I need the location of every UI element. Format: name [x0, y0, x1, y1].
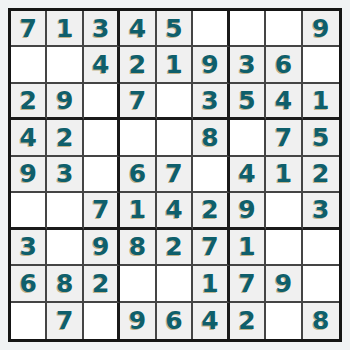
cell-r8c1[interactable]: 6 — [11, 266, 47, 302]
cell-r3c3[interactable] — [84, 84, 120, 120]
cell-r7c6[interactable]: 7 — [193, 230, 229, 266]
cell-r8c2[interactable]: 8 — [47, 266, 83, 302]
cell-r1c1[interactable]: 7 — [11, 11, 47, 47]
cell-r3c2[interactable]: 9 — [47, 84, 83, 120]
cell-r3c5[interactable] — [157, 84, 193, 120]
cell-r2c6[interactable]: 9 — [193, 47, 229, 83]
cell-r1c7[interactable] — [230, 11, 266, 47]
cell-r8c3[interactable]: 2 — [84, 266, 120, 302]
cell-r1c9[interactable]: 9 — [303, 11, 339, 47]
cell-r3c6[interactable]: 3 — [193, 84, 229, 120]
cell-r1c5[interactable]: 5 — [157, 11, 193, 47]
cell-r7c9[interactable] — [303, 230, 339, 266]
cell-r9c9[interactable]: 8 — [303, 303, 339, 339]
cell-r4c3[interactable] — [84, 120, 120, 156]
cell-r3c1[interactable]: 2 — [11, 84, 47, 120]
cell-r5c3[interactable] — [84, 157, 120, 193]
cell-r6c7[interactable]: 9 — [230, 193, 266, 229]
cell-r2c2[interactable] — [47, 47, 83, 83]
cell-r8c7[interactable]: 7 — [230, 266, 266, 302]
cell-r2c7[interactable]: 3 — [230, 47, 266, 83]
cell-r5c2[interactable]: 3 — [47, 157, 83, 193]
cell-r5c8[interactable]: 1 — [266, 157, 302, 193]
cell-r4c8[interactable]: 7 — [266, 120, 302, 156]
cell-r6c5[interactable]: 4 — [157, 193, 193, 229]
cell-r3c8[interactable]: 4 — [266, 84, 302, 120]
cell-r4c1[interactable]: 4 — [11, 120, 47, 156]
cell-r4c2[interactable]: 2 — [47, 120, 83, 156]
cell-r6c8[interactable] — [266, 193, 302, 229]
cell-r1c8[interactable] — [266, 11, 302, 47]
cell-r5c6[interactable] — [193, 157, 229, 193]
cell-r2c8[interactable]: 6 — [266, 47, 302, 83]
cell-r6c9[interactable]: 3 — [303, 193, 339, 229]
cell-r1c6[interactable] — [193, 11, 229, 47]
cell-r3c7[interactable]: 5 — [230, 84, 266, 120]
cell-r4c5[interactable] — [157, 120, 193, 156]
cell-r2c4[interactable]: 2 — [120, 47, 156, 83]
cell-r7c5[interactable]: 2 — [157, 230, 193, 266]
cell-r5c4[interactable]: 6 — [120, 157, 156, 193]
cell-r9c8[interactable] — [266, 303, 302, 339]
cell-r7c7[interactable]: 1 — [230, 230, 266, 266]
cell-r8c4[interactable] — [120, 266, 156, 302]
cell-r9c5[interactable]: 6 — [157, 303, 193, 339]
cell-r4c7[interactable] — [230, 120, 266, 156]
cell-r6c2[interactable] — [47, 193, 83, 229]
cell-r9c1[interactable] — [11, 303, 47, 339]
cell-r3c9[interactable]: 1 — [303, 84, 339, 120]
sudoku-board: 7134594219362973541428759367412714293398… — [8, 8, 342, 342]
cell-r9c3[interactable] — [84, 303, 120, 339]
cell-r4c6[interactable]: 8 — [193, 120, 229, 156]
cell-r8c9[interactable] — [303, 266, 339, 302]
cell-r9c2[interactable]: 7 — [47, 303, 83, 339]
cell-r5c5[interactable]: 7 — [157, 157, 193, 193]
cell-r6c3[interactable]: 7 — [84, 193, 120, 229]
cell-r9c7[interactable]: 2 — [230, 303, 266, 339]
cell-r4c9[interactable]: 5 — [303, 120, 339, 156]
cell-r7c3[interactable]: 9 — [84, 230, 120, 266]
cell-r3c4[interactable]: 7 — [120, 84, 156, 120]
cell-r1c3[interactable]: 3 — [84, 11, 120, 47]
cell-r7c8[interactable] — [266, 230, 302, 266]
cell-r5c9[interactable]: 2 — [303, 157, 339, 193]
cell-r1c2[interactable]: 1 — [47, 11, 83, 47]
cell-r7c4[interactable]: 8 — [120, 230, 156, 266]
cell-r7c1[interactable]: 3 — [11, 230, 47, 266]
cell-r2c3[interactable]: 4 — [84, 47, 120, 83]
cell-r4c4[interactable] — [120, 120, 156, 156]
cell-r9c6[interactable]: 4 — [193, 303, 229, 339]
cell-r6c4[interactable]: 1 — [120, 193, 156, 229]
cell-r5c7[interactable]: 4 — [230, 157, 266, 193]
cell-r6c6[interactable]: 2 — [193, 193, 229, 229]
cell-r7c2[interactable] — [47, 230, 83, 266]
cell-r6c1[interactable] — [11, 193, 47, 229]
cell-r9c4[interactable]: 9 — [120, 303, 156, 339]
cell-r5c1[interactable]: 9 — [11, 157, 47, 193]
cell-r8c5[interactable] — [157, 266, 193, 302]
cell-r2c5[interactable]: 1 — [157, 47, 193, 83]
cell-r8c6[interactable]: 1 — [193, 266, 229, 302]
cell-r8c8[interactable]: 9 — [266, 266, 302, 302]
cell-r2c1[interactable] — [11, 47, 47, 83]
cell-r1c4[interactable]: 4 — [120, 11, 156, 47]
cell-r2c9[interactable] — [303, 47, 339, 83]
